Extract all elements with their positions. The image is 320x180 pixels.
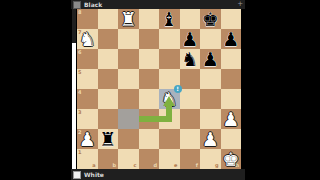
square-f7[interactable]: ♟: [180, 29, 201, 49]
square-a3[interactable]: 3: [77, 109, 98, 129]
square-h3[interactable]: ♟: [221, 109, 242, 129]
square-g1[interactable]: g: [200, 149, 221, 169]
move-arrow-vertical: [166, 106, 172, 122]
square-e7[interactable]: [159, 29, 180, 49]
move-arrow-head: [163, 96, 175, 106]
file-label-f: f: [196, 163, 198, 168]
square-h5[interactable]: [221, 69, 242, 89]
square-b6[interactable]: [98, 49, 119, 69]
white-king[interactable]: ♚: [221, 149, 242, 169]
square-d2[interactable]: [139, 129, 160, 149]
square-f5[interactable]: [180, 69, 201, 89]
black-player-icon: [73, 1, 81, 9]
file-label-e: e: [174, 163, 177, 168]
square-h6[interactable]: [221, 49, 242, 69]
square-f1[interactable]: f: [180, 149, 201, 169]
square-g6[interactable]: ♟: [200, 49, 221, 69]
square-c7[interactable]: [118, 29, 139, 49]
square-a1[interactable]: 1a: [77, 149, 98, 169]
black-player-name: Black: [84, 2, 102, 8]
square-a8[interactable]: 8: [77, 9, 98, 29]
black-bishop[interactable]: ♝: [159, 9, 180, 29]
white-pawn[interactable]: ♟: [200, 129, 221, 149]
square-f6[interactable]: ♞: [180, 49, 201, 69]
black-king[interactable]: ♚: [200, 9, 221, 29]
rank-label-8: 8: [78, 10, 81, 15]
square-b4[interactable]: [98, 89, 119, 109]
black-pawn[interactable]: ♟: [200, 49, 221, 69]
white-knight[interactable]: ♞: [77, 29, 98, 49]
file-label-c: c: [134, 163, 137, 168]
square-d5[interactable]: [139, 69, 160, 89]
square-d1[interactable]: d: [139, 149, 160, 169]
file-label-b: b: [112, 163, 116, 168]
black-pawn[interactable]: ♟: [221, 29, 242, 49]
square-h8[interactable]: [221, 9, 242, 29]
square-c4[interactable]: [118, 89, 139, 109]
square-a5[interactable]: 5: [77, 69, 98, 89]
square-b1[interactable]: b: [98, 149, 119, 169]
square-g2[interactable]: ♟: [200, 129, 221, 149]
square-f2[interactable]: [180, 129, 201, 149]
square-h1[interactable]: h♚: [221, 149, 242, 169]
square-d8[interactable]: [139, 9, 160, 29]
square-d4[interactable]: [139, 89, 160, 109]
square-d7[interactable]: [139, 29, 160, 49]
square-e6[interactable]: [159, 49, 180, 69]
square-b2[interactable]: ♜: [98, 129, 119, 149]
square-f8[interactable]: [180, 9, 201, 29]
square-c1[interactable]: c: [118, 149, 139, 169]
square-d6[interactable]: [139, 49, 160, 69]
more-options-icon[interactable]: +: [237, 0, 243, 9]
white-rook[interactable]: ♜: [118, 9, 139, 29]
evaluation-bar: [72, 9, 76, 169]
square-c8[interactable]: ♜: [118, 9, 139, 29]
square-f3[interactable]: [180, 109, 201, 129]
square-c2[interactable]: [118, 129, 139, 149]
file-label-g: g: [215, 163, 219, 168]
white-player-icon: [73, 171, 81, 179]
square-e1[interactable]: e: [159, 149, 180, 169]
black-rook[interactable]: ♜: [98, 129, 119, 149]
bottom-player-bar: White: [71, 169, 245, 180]
square-g4[interactable]: [200, 89, 221, 109]
rank-label-5: 5: [78, 70, 81, 75]
square-c5[interactable]: [118, 69, 139, 89]
square-a2[interactable]: 2♟: [77, 129, 98, 149]
square-g5[interactable]: [200, 69, 221, 89]
square-c3[interactable]: [118, 109, 139, 129]
file-label-a: a: [92, 163, 95, 168]
square-a4[interactable]: 4: [77, 89, 98, 109]
move-annotation-badge: !: [174, 85, 182, 93]
black-knight[interactable]: ♞: [180, 49, 201, 69]
square-g3[interactable]: [200, 109, 221, 129]
square-g7[interactable]: [200, 29, 221, 49]
evaluation-bar-black-part: [72, 9, 76, 43]
rank-label-6: 6: [78, 50, 81, 55]
white-pawn[interactable]: ♟: [77, 129, 98, 149]
rank-label-1: 1: [78, 150, 81, 155]
square-b3[interactable]: [98, 109, 119, 129]
square-e8[interactable]: ♝: [159, 9, 180, 29]
white-pawn[interactable]: ♟: [221, 109, 242, 129]
white-player-name: White: [84, 172, 104, 178]
square-h4[interactable]: [221, 89, 242, 109]
chess-board: 8♜♝♚7♞♟♟6♞♟54♞3♟2♟♜♟1abcdefgh♚!: [77, 9, 241, 169]
square-f4[interactable]: [180, 89, 201, 109]
file-label-d: d: [153, 163, 157, 168]
square-c6[interactable]: [118, 49, 139, 69]
square-a7[interactable]: 7♞: [77, 29, 98, 49]
square-b8[interactable]: [98, 9, 119, 29]
rank-label-3: 3: [78, 110, 81, 115]
square-b5[interactable]: [98, 69, 119, 89]
square-a6[interactable]: 6: [77, 49, 98, 69]
square-h2[interactable]: [221, 129, 242, 149]
square-e2[interactable]: [159, 129, 180, 149]
square-g8[interactable]: ♚: [200, 9, 221, 29]
top-player-bar: Black +: [71, 0, 245, 9]
black-pawn[interactable]: ♟: [180, 29, 201, 49]
square-b7[interactable]: [98, 29, 119, 49]
rank-label-4: 4: [78, 90, 81, 95]
chess-app-window: Black + 8♜♝♚7♞♟♟6♞♟54♞3♟2♟♜♟1abcdefgh♚! …: [0, 0, 320, 180]
square-h7[interactable]: ♟: [221, 29, 242, 49]
